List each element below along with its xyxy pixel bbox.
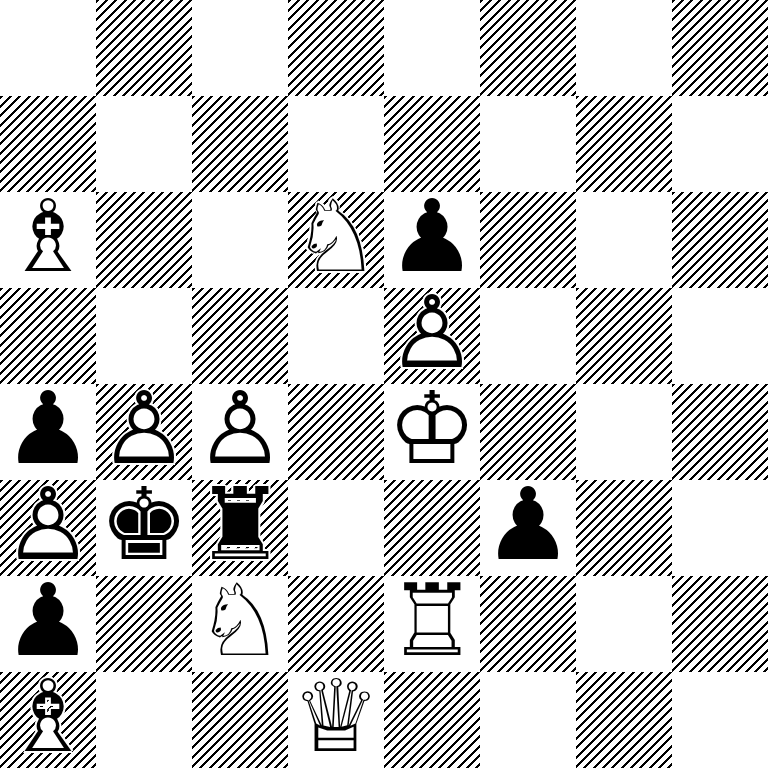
piece-glyph: ♙ <box>99 384 189 479</box>
square-g2[interactable] <box>576 576 672 672</box>
piece-glyph: ♙ <box>195 384 285 479</box>
piece-white-king[interactable]: ♚♔ <box>384 384 480 480</box>
square-e3[interactable] <box>384 480 480 576</box>
square-e4[interactable]: ♚♔ <box>384 384 480 480</box>
square-e1[interactable] <box>384 672 480 768</box>
square-e6[interactable]: ♟♟ <box>384 192 480 288</box>
square-b2[interactable] <box>96 576 192 672</box>
square-b3[interactable]: ♚♚ <box>96 480 192 576</box>
piece-black-pawn[interactable]: ♟♟ <box>0 384 96 480</box>
square-a8[interactable] <box>0 0 96 96</box>
square-e7[interactable] <box>384 96 480 192</box>
piece-glyph: ♕ <box>291 672 381 767</box>
square-d1[interactable]: ♛♕ <box>288 672 384 768</box>
piece-white-pawn[interactable]: ♟♙ <box>192 384 288 480</box>
piece-white-rook[interactable]: ♜♖ <box>384 576 480 672</box>
piece-glyph: ♟ <box>387 192 477 287</box>
square-h6[interactable] <box>672 192 768 288</box>
square-g5[interactable] <box>576 288 672 384</box>
piece-black-rook[interactable]: ♜♜ <box>192 480 288 576</box>
square-b1[interactable] <box>96 672 192 768</box>
square-b5[interactable] <box>96 288 192 384</box>
piece-glyph: ♜ <box>195 480 285 575</box>
square-c2[interactable]: ♞♘ <box>192 576 288 672</box>
piece-white-bishop[interactable]: ♝♗ <box>0 672 96 768</box>
square-h4[interactable] <box>672 384 768 480</box>
piece-white-pawn[interactable]: ♟♙ <box>96 384 192 480</box>
square-a3[interactable]: ♟♙ <box>0 480 96 576</box>
square-a1[interactable]: ♝♗ <box>0 672 96 768</box>
square-f6[interactable] <box>480 192 576 288</box>
square-b6[interactable] <box>96 192 192 288</box>
square-b4[interactable]: ♟♙ <box>96 384 192 480</box>
square-c5[interactable] <box>192 288 288 384</box>
square-g6[interactable] <box>576 192 672 288</box>
square-d3[interactable] <box>288 480 384 576</box>
square-f7[interactable] <box>480 96 576 192</box>
square-c1[interactable] <box>192 672 288 768</box>
piece-white-pawn[interactable]: ♟♙ <box>0 480 96 576</box>
square-a4[interactable]: ♟♟ <box>0 384 96 480</box>
piece-black-king[interactable]: ♚♚ <box>96 480 192 576</box>
square-a2[interactable]: ♟♟ <box>0 576 96 672</box>
square-g3[interactable] <box>576 480 672 576</box>
piece-glyph: ♘ <box>195 576 285 671</box>
square-c7[interactable] <box>192 96 288 192</box>
square-b8[interactable] <box>96 0 192 96</box>
square-f2[interactable] <box>480 576 576 672</box>
piece-glyph: ♟ <box>483 480 573 575</box>
piece-white-knight[interactable]: ♞♘ <box>288 192 384 288</box>
square-f8[interactable] <box>480 0 576 96</box>
square-d2[interactable] <box>288 576 384 672</box>
square-d7[interactable] <box>288 96 384 192</box>
square-d5[interactable] <box>288 288 384 384</box>
square-h3[interactable] <box>672 480 768 576</box>
square-f1[interactable] <box>480 672 576 768</box>
square-g1[interactable] <box>576 672 672 768</box>
square-f3[interactable]: ♟♟ <box>480 480 576 576</box>
piece-white-knight[interactable]: ♞♘ <box>192 576 288 672</box>
square-g7[interactable] <box>576 96 672 192</box>
square-g8[interactable] <box>576 0 672 96</box>
square-h5[interactable] <box>672 288 768 384</box>
square-e5[interactable]: ♟♙ <box>384 288 480 384</box>
piece-glyph: ♗ <box>3 192 93 287</box>
square-c4[interactable]: ♟♙ <box>192 384 288 480</box>
piece-black-pawn[interactable]: ♟♟ <box>384 192 480 288</box>
square-g4[interactable] <box>576 384 672 480</box>
square-a6[interactable]: ♝♗ <box>0 192 96 288</box>
piece-white-bishop[interactable]: ♝♗ <box>0 192 96 288</box>
piece-glyph: ♙ <box>387 288 477 383</box>
square-c6[interactable] <box>192 192 288 288</box>
square-a7[interactable] <box>0 96 96 192</box>
square-d6[interactable]: ♞♘ <box>288 192 384 288</box>
piece-glyph: ♙ <box>3 480 93 575</box>
square-h2[interactable] <box>672 576 768 672</box>
piece-glyph: ♟ <box>3 384 93 479</box>
piece-glyph: ♚ <box>99 480 189 575</box>
square-e8[interactable] <box>384 0 480 96</box>
piece-white-queen[interactable]: ♛♕ <box>288 672 384 768</box>
square-h1[interactable] <box>672 672 768 768</box>
square-c3[interactable]: ♜♜ <box>192 480 288 576</box>
square-b7[interactable] <box>96 96 192 192</box>
piece-glyph: ♘ <box>291 192 381 287</box>
square-c8[interactable] <box>192 0 288 96</box>
piece-black-pawn[interactable]: ♟♟ <box>480 480 576 576</box>
piece-glyph: ♟ <box>3 576 93 671</box>
chess-board: ♝♗♞♘♟♟♟♙♟♟♟♙♟♙♚♔♟♙♚♚♜♜♟♟♟♟♞♘♜♖♝♗♛♕ <box>0 0 768 768</box>
square-a5[interactable] <box>0 288 96 384</box>
piece-glyph: ♔ <box>387 384 477 479</box>
piece-black-pawn[interactable]: ♟♟ <box>0 576 96 672</box>
square-f5[interactable] <box>480 288 576 384</box>
square-f4[interactable] <box>480 384 576 480</box>
square-d4[interactable] <box>288 384 384 480</box>
square-h8[interactable] <box>672 0 768 96</box>
square-e2[interactable]: ♜♖ <box>384 576 480 672</box>
piece-glyph: ♖ <box>387 576 477 671</box>
square-d8[interactable] <box>288 0 384 96</box>
piece-white-pawn[interactable]: ♟♙ <box>384 288 480 384</box>
piece-glyph: ♗ <box>3 672 93 767</box>
square-h7[interactable] <box>672 96 768 192</box>
